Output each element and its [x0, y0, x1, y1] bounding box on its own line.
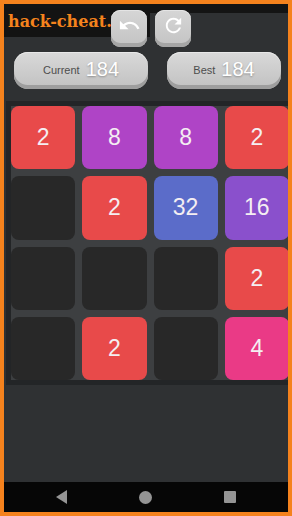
best-score-label: Best: [193, 64, 215, 76]
tile-16-r2c4: 16: [225, 176, 289, 239]
tile-value: 2: [108, 337, 121, 360]
tile-value: 2: [37, 126, 50, 149]
undo-icon: [118, 17, 141, 41]
board[interactable]: 288223216224: [11, 106, 289, 380]
tile-4-r4c4: 4: [225, 317, 289, 380]
tile-value: 4: [250, 337, 263, 360]
tile-2-r2c2: 2: [82, 176, 146, 239]
home-icon[interactable]: [139, 491, 152, 504]
tile-8-r1c2: 8: [82, 106, 146, 169]
tile-2-r4c2: 2: [82, 317, 146, 380]
empty-cell-r4c3: [154, 317, 218, 380]
tile-32-r2c3: 32: [154, 176, 218, 239]
empty-cell-r3c3: [154, 247, 218, 310]
app-screen: hack-cheat.org Current 184 Best 184 2882…: [0, 0, 292, 516]
restart-button[interactable]: [155, 10, 191, 47]
empty-cell-r3c2: [82, 247, 146, 310]
tile-value: 16: [244, 196, 270, 219]
best-score-value: 184: [221, 58, 254, 81]
tile-2-r3c4: 2: [225, 247, 289, 310]
recents-icon[interactable]: [224, 491, 236, 503]
empty-cell-r3c1: [11, 247, 75, 310]
current-score-label: Current: [43, 64, 80, 76]
current-score-value: 184: [86, 58, 119, 81]
tile-value: 2: [250, 267, 263, 290]
tile-2-r1c1: 2: [11, 106, 75, 169]
tile-value: 8: [108, 126, 121, 149]
android-nav-bar: [4, 482, 288, 512]
empty-cell-r4c1: [11, 317, 75, 380]
tile-value: 2: [250, 126, 263, 149]
tile-8-r1c3: 8: [154, 106, 218, 169]
current-score-button[interactable]: Current 184: [14, 52, 148, 89]
tile-value: 2: [108, 196, 121, 219]
tile-2-r1c4: 2: [225, 106, 289, 169]
restart-icon: [162, 17, 185, 41]
tile-value: 8: [179, 126, 192, 149]
empty-cell-r2c1: [11, 176, 75, 239]
undo-button[interactable]: [111, 10, 147, 47]
back-icon[interactable]: [56, 490, 67, 504]
tile-value: 32: [173, 196, 199, 219]
best-score-button[interactable]: Best 184: [167, 52, 281, 89]
